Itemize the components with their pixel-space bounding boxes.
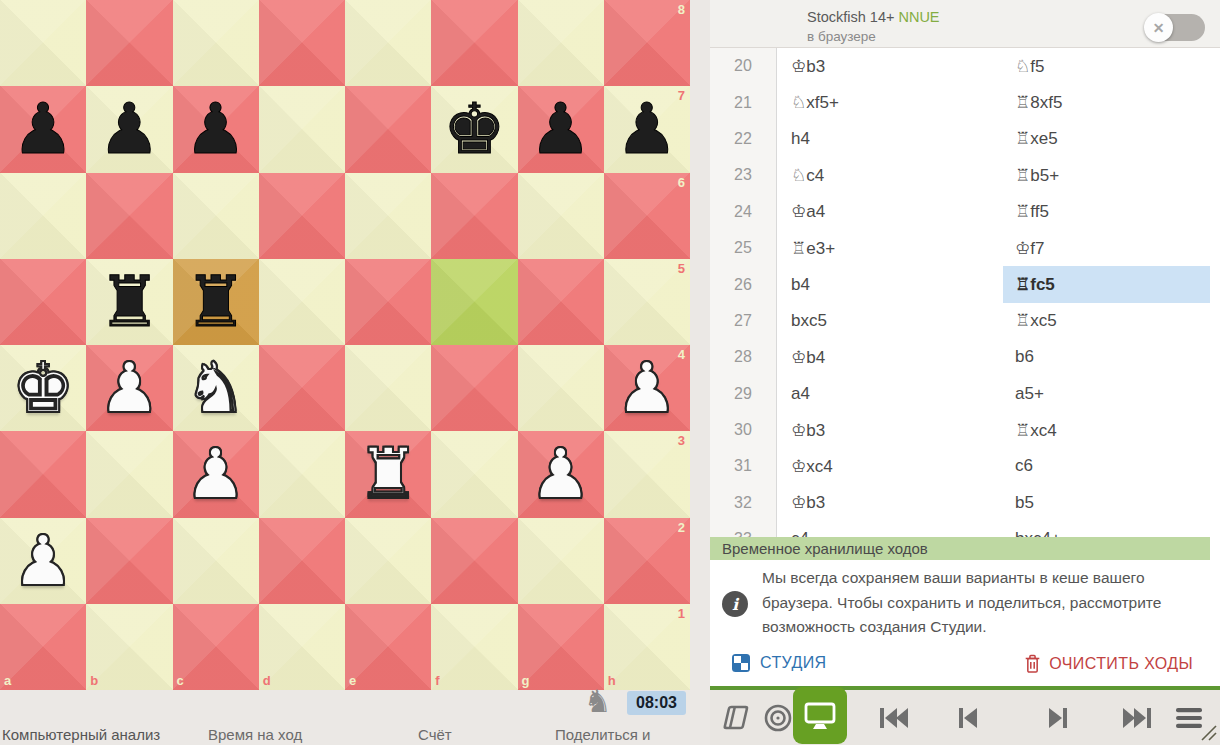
go-first-move-button[interactable] — [877, 690, 913, 745]
coord-rank-6: 6 — [678, 175, 685, 190]
move-number: 25 — [710, 230, 777, 266]
square-c7[interactable]: ♟ — [173, 86, 259, 172]
move-white-27[interactable]: bxc5 — [777, 303, 1003, 339]
square-b4[interactable]: ♟ — [86, 345, 172, 431]
move-black-25[interactable]: ♔f7 — [1003, 230, 1210, 266]
move-white-22[interactable]: h4 — [777, 121, 1003, 157]
square-f8[interactable] — [431, 0, 517, 86]
square-e4[interactable] — [345, 345, 431, 431]
engine-name: Stockfish 14+ — [807, 9, 894, 25]
engine-nnue-badge: NNUE — [898, 9, 939, 25]
black-pawn[interactable]: ♟ — [518, 86, 604, 172]
study-icon — [732, 654, 750, 672]
move-black-22[interactable]: ♖xe5 — [1003, 121, 1210, 157]
square-d4[interactable] — [259, 345, 345, 431]
square-g5[interactable] — [518, 259, 604, 345]
square-g7[interactable]: ♟ — [518, 86, 604, 172]
engine-info: Stockfish 14+NNUE в браузере — [807, 7, 940, 46]
square-h5[interactable]: 5 — [604, 259, 690, 345]
info-icon: i — [722, 591, 748, 617]
square-d5[interactable] — [259, 259, 345, 345]
square-f6[interactable] — [431, 173, 517, 259]
info-box: i Мы всегда сохраняем ваши варианты в ке… — [710, 560, 1220, 644]
analysis-page: 8♟♟♟♚♟7♟6♜♜5♚♟♞4♟♟♜♟3♟2abcdefgh1 ♞ 08:03… — [0, 0, 1220, 745]
square-a1[interactable]: a — [0, 604, 86, 690]
move-white-21[interactable]: ♘xf5+ — [777, 84, 1003, 120]
square-h8[interactable]: 8 — [604, 0, 690, 86]
move-number: 24 — [710, 194, 777, 230]
move-row-22: 22h4♖xe5 — [710, 121, 1220, 157]
engine-toggle-knob[interactable]: ✕ — [1144, 13, 1173, 42]
info-line: Мы всегда сохраняем ваши варианты в кеше… — [762, 566, 1161, 591]
square-c4[interactable]: ♞ — [173, 345, 259, 431]
clock-display: 08:03 — [627, 691, 686, 715]
square-h4[interactable]: 4♟ — [604, 345, 690, 431]
move-black-28[interactable]: b6 — [1003, 339, 1210, 375]
square-a8[interactable] — [0, 0, 86, 86]
square-g6[interactable] — [518, 173, 604, 259]
study-button[interactable]: СТУДИЯ — [732, 654, 827, 672]
move-row-26: 26b4♖fc5 — [710, 266, 1220, 302]
square-g1[interactable]: g — [518, 604, 604, 690]
move-row-33: 33c4bxc4+ — [710, 521, 1220, 537]
square-f2[interactable] — [431, 518, 517, 604]
action-row: СТУДИЯ ОЧИСТИТЬ ХОДЫ — [710, 644, 1220, 686]
engine-screen-button[interactable] — [793, 687, 847, 744]
tab-computer-analysis[interactable]: Компьютерный анализ — [2, 726, 160, 743]
move-number: 33 — [710, 521, 777, 537]
coord-rank-8: 8 — [678, 2, 685, 17]
square-g2[interactable] — [518, 518, 604, 604]
square-e6[interactable] — [345, 173, 431, 259]
square-e5[interactable] — [345, 259, 431, 345]
coord-rank-4: 4 — [678, 347, 685, 362]
coord-file-c: c — [177, 673, 184, 688]
move-row-28: 28♔b4b6 — [710, 339, 1220, 375]
square-g3[interactable]: ♟ — [518, 431, 604, 517]
square-b3[interactable] — [86, 431, 172, 517]
move-white-32[interactable]: ♔b3 — [777, 485, 1003, 521]
knight-icon: ♞ — [584, 684, 612, 718]
square-b7[interactable]: ♟ — [86, 86, 172, 172]
square-d3[interactable] — [259, 431, 345, 517]
coord-rank-1: 1 — [678, 606, 685, 621]
white-pawn[interactable]: ♟ — [86, 345, 172, 431]
square-f4[interactable] — [431, 345, 517, 431]
square-f3[interactable] — [431, 431, 517, 517]
coord-file-g: g — [522, 673, 530, 688]
coord-file-e: e — [349, 673, 356, 688]
study-label: СТУДИЯ — [760, 654, 827, 672]
move-number: 20 — [710, 48, 777, 84]
move-black-27[interactable]: ♖xc5 — [1003, 303, 1210, 339]
move-black-29[interactable]: a5+ — [1003, 376, 1210, 412]
move-black-31[interactable]: c6 — [1003, 448, 1210, 484]
move-number: 29 — [710, 376, 777, 412]
move-black-20[interactable]: ♘f5 — [1003, 48, 1210, 84]
move-row-29: 29a4a5+ — [710, 376, 1220, 412]
square-h7[interactable]: 7♟ — [604, 86, 690, 172]
coord-file-b: b — [90, 673, 98, 688]
square-d7[interactable] — [259, 86, 345, 172]
tab-share[interactable]: Поделиться и — [555, 726, 650, 743]
temp-storage-banner: Временное хранилище ходов — [710, 537, 1210, 560]
square-a3[interactable] — [0, 431, 86, 517]
square-c3[interactable]: ♟ — [173, 431, 259, 517]
square-a2[interactable]: ♟ — [0, 518, 86, 604]
coord-rank-2: 2 — [678, 520, 685, 535]
black-rook[interactable]: ♜ — [173, 259, 259, 345]
info-text: Мы всегда сохраняем ваши варианты в кеше… — [762, 566, 1161, 640]
move-row-23: 23♘c4♖b5+ — [710, 157, 1220, 193]
white-rook[interactable]: ♜ — [345, 431, 431, 517]
coord-file-a: a — [4, 673, 11, 688]
black-pawn[interactable]: ♟ — [173, 86, 259, 172]
tab-move-times[interactable]: Время на ход — [208, 726, 302, 743]
move-black-23[interactable]: ♖b5+ — [1003, 157, 1210, 193]
square-g4[interactable] — [518, 345, 604, 431]
square-e2[interactable] — [345, 518, 431, 604]
square-f5[interactable] — [431, 259, 517, 345]
square-a6[interactable] — [0, 173, 86, 259]
square-c5[interactable]: ♜ — [173, 259, 259, 345]
move-white-30[interactable]: ♔b3 — [777, 412, 1003, 448]
square-c2[interactable] — [173, 518, 259, 604]
white-pawn[interactable]: ♟ — [0, 518, 86, 604]
move-row-25: 25♖e3+♔f7 — [710, 230, 1220, 266]
engine-header: Stockfish 14+NNUE в браузере ✕ — [710, 0, 1220, 48]
move-row-20: 20♔b3♘f5 — [710, 48, 1220, 84]
square-b1[interactable]: b — [86, 604, 172, 690]
coord-rank-5: 5 — [678, 261, 685, 276]
coord-rank-7: 7 — [678, 88, 685, 103]
move-row-32: 32♔b3b5 — [710, 485, 1220, 521]
tab-score[interactable]: Счёт — [418, 726, 452, 743]
move-number: 32 — [710, 485, 777, 521]
trash-icon — [1024, 654, 1041, 674]
move-white-29[interactable]: a4 — [777, 376, 1003, 412]
move-white-28[interactable]: ♔b4 — [777, 339, 1003, 375]
move-number: 30 — [710, 412, 777, 448]
engine-toggle[interactable]: ✕ — [1145, 14, 1205, 41]
coord-file-d: d — [263, 673, 271, 688]
black-pawn[interactable]: ♟ — [86, 86, 172, 172]
square-d8[interactable] — [259, 0, 345, 86]
coord-file-h: h — [608, 673, 616, 688]
move-list: 20♔b3♘f521♘xf5+♖8xf522h4♖xe523♘c4♖b5+24♔… — [710, 48, 1220, 537]
square-c8[interactable] — [173, 0, 259, 86]
opening-book-icon[interactable] — [716, 690, 756, 745]
square-e8[interactable] — [345, 0, 431, 86]
black-rook[interactable]: ♜ — [86, 259, 172, 345]
square-d1[interactable]: d — [259, 604, 345, 690]
clear-moves-label: ОЧИСТИТЬ ХОДЫ — [1049, 655, 1193, 673]
analysis-panel: Stockfish 14+NNUE в браузере ✕ 20♔b3♘f52… — [710, 0, 1220, 745]
square-f1[interactable]: f — [431, 604, 517, 690]
analysis-tabs: Компьютерный анализ Время на ход Счёт По… — [0, 726, 700, 745]
bottom-toolbar — [710, 690, 1220, 745]
engine-subtitle: в браузере — [807, 27, 940, 46]
move-row-27: 27bxc5♖xc5 — [710, 303, 1220, 339]
square-b8[interactable] — [86, 0, 172, 86]
go-last-move-button[interactable] — [1118, 690, 1154, 745]
square-h3[interactable]: 3 — [604, 431, 690, 517]
move-white-23[interactable]: ♘c4 — [777, 157, 1003, 193]
move-number: 28 — [710, 339, 777, 375]
move-black-32[interactable]: b5 — [1003, 485, 1210, 521]
move-white-31[interactable]: ♔xc4 — [777, 448, 1003, 484]
move-row-31: 31♔xc4c6 — [710, 448, 1220, 484]
square-b2[interactable] — [86, 518, 172, 604]
move-number: 23 — [710, 157, 777, 193]
square-d2[interactable] — [259, 518, 345, 604]
move-black-21[interactable]: ♖8xf5 — [1003, 84, 1210, 120]
move-number: 31 — [710, 448, 777, 484]
square-h1[interactable]: h1 — [604, 604, 690, 690]
move-number: 26 — [710, 266, 777, 302]
square-a4[interactable]: ♚ — [0, 345, 86, 431]
square-e1[interactable]: e — [345, 604, 431, 690]
white-king[interactable]: ♚ — [0, 345, 86, 431]
clear-moves-button[interactable]: ОЧИСТИТЬ ХОДЫ — [1024, 654, 1193, 674]
move-row-24: 24♔a4♖ff5 — [710, 194, 1220, 230]
move-black-30[interactable]: ♖xc4 — [1003, 412, 1210, 448]
move-number: 21 — [710, 84, 777, 120]
move-white-33[interactable]: c4 — [777, 521, 1003, 537]
square-h6[interactable]: 6 — [604, 173, 690, 259]
info-line: браузера. Чтобы сохранить и поделиться, … — [762, 591, 1161, 616]
move-row-21: 21♘xf5+♖8xf5 — [710, 84, 1220, 120]
move-black-24[interactable]: ♖ff5 — [1003, 194, 1210, 230]
move-row-30: 30♔b3♖xc4 — [710, 412, 1220, 448]
white-pawn[interactable]: ♟ — [518, 431, 604, 517]
move-number: 27 — [710, 303, 777, 339]
coord-file-f: f — [435, 673, 439, 688]
square-e7[interactable] — [345, 86, 431, 172]
practice-target-icon[interactable] — [758, 690, 798, 745]
move-black-33[interactable]: bxc4+ — [1003, 521, 1210, 537]
square-b5[interactable]: ♜ — [86, 259, 172, 345]
previous-move-button[interactable] — [954, 690, 982, 745]
move-white-26[interactable]: b4 — [777, 266, 1003, 302]
info-line: возможность создания Студии. — [762, 615, 1161, 640]
board-resize-handle[interactable] — [1198, 722, 1218, 742]
square-f7[interactable]: ♚ — [431, 86, 517, 172]
chess-board[interactable]: 8♟♟♟♚♟7♟6♜♜5♚♟♞4♟♟♜♟3♟2abcdefgh1 — [0, 0, 690, 690]
square-g8[interactable] — [518, 0, 604, 86]
square-c1[interactable]: c — [173, 604, 259, 690]
white-pawn[interactable]: ♟ — [173, 431, 259, 517]
square-d6[interactable] — [259, 173, 345, 259]
move-white-20[interactable]: ♔b3 — [777, 48, 1003, 84]
next-move-button[interactable] — [1044, 690, 1072, 745]
move-white-24[interactable]: ♔a4 — [777, 194, 1003, 230]
square-e3[interactable]: ♜ — [345, 431, 431, 517]
black-king[interactable]: ♚ — [431, 86, 517, 172]
move-number: 22 — [710, 121, 777, 157]
square-a5[interactable] — [0, 259, 86, 345]
move-black-26[interactable]: ♖fc5 — [1003, 266, 1210, 302]
black-pawn[interactable]: ♟ — [0, 86, 86, 172]
move-white-25[interactable]: ♖e3+ — [777, 230, 1003, 266]
coord-rank-3: 3 — [678, 433, 685, 448]
square-h2[interactable]: 2 — [604, 518, 690, 604]
square-b6[interactable] — [86, 173, 172, 259]
square-a7[interactable]: ♟ — [0, 86, 86, 172]
square-c6[interactable] — [173, 173, 259, 259]
white-knight[interactable]: ♞ — [173, 345, 259, 431]
